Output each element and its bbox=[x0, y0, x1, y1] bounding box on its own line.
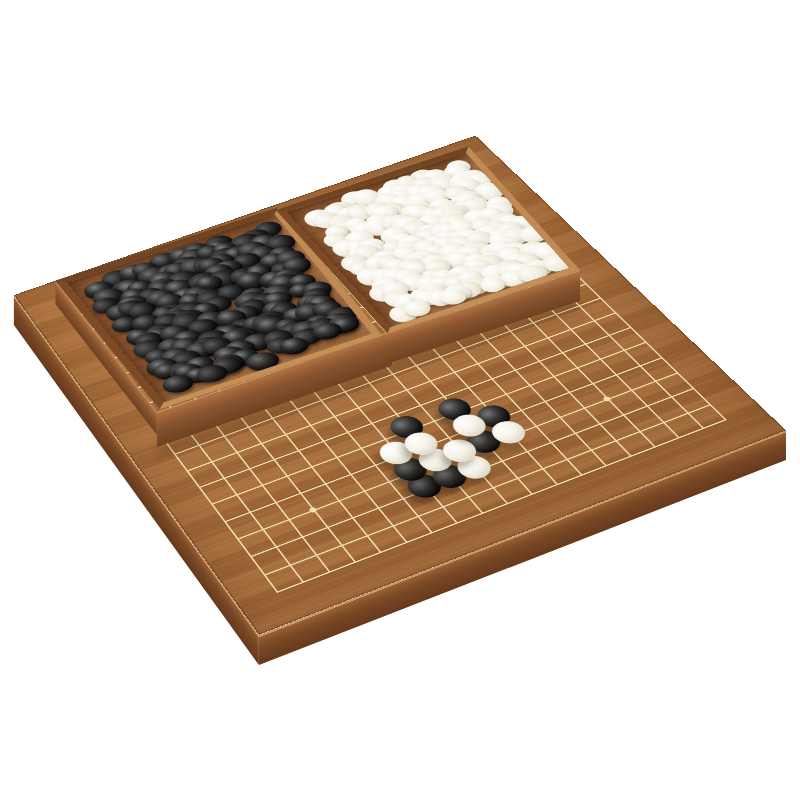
product-photo-go-set bbox=[0, 0, 800, 800]
